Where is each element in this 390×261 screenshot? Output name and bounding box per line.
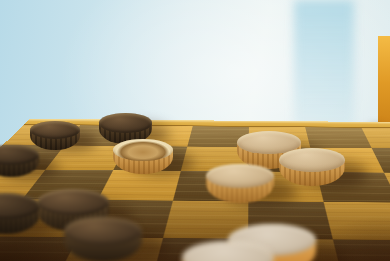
piece-top-face — [30, 121, 80, 139]
checkers-photo-scene — [0, 0, 390, 261]
piece-top-face — [279, 148, 345, 172]
dark-checker-piece-a5 — [0, 193, 40, 234]
piece-top-face — [113, 139, 173, 161]
light-checker-piece-d6 — [206, 164, 274, 203]
light-checker-piece-d3 — [182, 241, 274, 261]
piece-top-face — [99, 113, 152, 132]
piece-top-face — [182, 241, 274, 261]
dark-checker-piece-b4 — [64, 217, 142, 261]
piece-top-face — [206, 164, 274, 188]
flipped-light-checker-piece-c7 — [113, 139, 173, 174]
piece-top-face — [37, 189, 109, 215]
piece-top-face — [64, 217, 142, 245]
dark-checker-piece-a7 — [0, 145, 39, 177]
light-checker-piece-f7 — [279, 148, 345, 186]
piece-layer — [0, 0, 390, 261]
